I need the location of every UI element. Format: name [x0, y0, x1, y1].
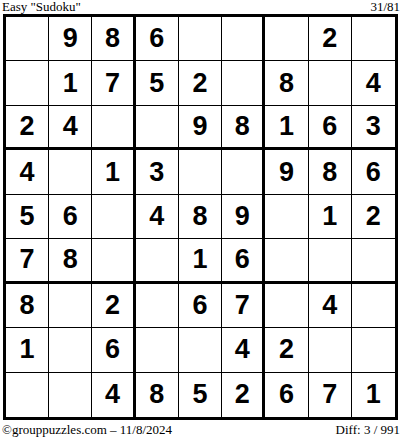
cell-r2c4: 5: [136, 61, 179, 105]
cell-r4c7: 9: [265, 150, 308, 194]
cell-r2c5: 2: [179, 61, 222, 105]
cell-r7c2[interactable]: [49, 284, 92, 328]
footer: ©grouppuzzles.com – 11/8/2024 Diff: 3 / …: [2, 421, 400, 436]
cell-r2c9: 4: [352, 61, 395, 105]
cell-r1c4: 6: [136, 17, 179, 61]
difficulty-label: Diff: 3 / 991: [336, 423, 400, 436]
cell-r3c3[interactable]: [92, 106, 135, 150]
cell-r7c4[interactable]: [136, 284, 179, 328]
cell-r7c8: 4: [309, 284, 352, 328]
cell-r1c3: 8: [92, 17, 135, 61]
cell-r7c3: 2: [92, 284, 135, 328]
cell-r7c5: 6: [179, 284, 222, 328]
cell-r3c7: 1: [265, 106, 308, 150]
cell-r7c6: 7: [222, 284, 265, 328]
cell-r6c8[interactable]: [309, 239, 352, 283]
cell-r9c6: 2: [222, 373, 265, 417]
cell-r9c4: 8: [136, 373, 179, 417]
cell-r9c9: 1: [352, 373, 395, 417]
cell-r8c8[interactable]: [309, 328, 352, 372]
cell-r1c2: 9: [49, 17, 92, 61]
cell-r4c8: 8: [309, 150, 352, 194]
cell-r8c6: 4: [222, 328, 265, 372]
cell-r8c4[interactable]: [136, 328, 179, 372]
cell-r9c2[interactable]: [49, 373, 92, 417]
cell-r2c3: 7: [92, 61, 135, 105]
cell-r5c9: 2: [352, 195, 395, 239]
cell-r6c7[interactable]: [265, 239, 308, 283]
cell-r8c5[interactable]: [179, 328, 222, 372]
cell-r4c5[interactable]: [179, 150, 222, 194]
cell-r6c9[interactable]: [352, 239, 395, 283]
cell-r7c7[interactable]: [265, 284, 308, 328]
cell-r4c9: 6: [352, 150, 395, 194]
cell-r3c2: 4: [49, 106, 92, 150]
cell-r1c8: 2: [309, 17, 352, 61]
cell-r5c4: 4: [136, 195, 179, 239]
cell-r5c1: 5: [6, 195, 49, 239]
cell-r5c2: 6: [49, 195, 92, 239]
cell-r6c6: 6: [222, 239, 265, 283]
cell-r4c1: 4: [6, 150, 49, 194]
cell-r5c7[interactable]: [265, 195, 308, 239]
cell-r9c5: 5: [179, 373, 222, 417]
sudoku-board: 9862175284249816341398656489127816826741…: [3, 14, 398, 420]
cell-r4c6[interactable]: [222, 150, 265, 194]
cell-r6c2: 8: [49, 239, 92, 283]
cell-r1c9[interactable]: [352, 17, 395, 61]
cell-r6c3[interactable]: [92, 239, 135, 283]
cell-r9c1[interactable]: [6, 373, 49, 417]
cell-r4c2[interactable]: [49, 150, 92, 194]
cell-r2c1[interactable]: [6, 61, 49, 105]
cell-r3c9: 3: [352, 106, 395, 150]
cell-r3c5: 9: [179, 106, 222, 150]
cell-r5c5: 8: [179, 195, 222, 239]
cell-r3c8: 6: [309, 106, 352, 150]
cell-r1c5[interactable]: [179, 17, 222, 61]
cell-r2c2: 1: [49, 61, 92, 105]
cell-r8c2[interactable]: [49, 328, 92, 372]
cell-r8c9[interactable]: [352, 328, 395, 372]
cell-r6c4[interactable]: [136, 239, 179, 283]
cell-r1c7[interactable]: [265, 17, 308, 61]
cell-r6c1: 7: [6, 239, 49, 283]
cell-r4c3: 1: [92, 150, 135, 194]
cell-r6c5: 1: [179, 239, 222, 283]
cell-r2c7: 8: [265, 61, 308, 105]
sudoku-page: Easy "Sudoku" 31/81 98621752842498163413…: [0, 0, 402, 437]
cell-r5c3[interactable]: [92, 195, 135, 239]
header: Easy "Sudoku" 31/81: [2, 0, 400, 14]
cell-r9c7: 6: [265, 373, 308, 417]
cell-r7c9[interactable]: [352, 284, 395, 328]
cell-r9c8: 7: [309, 373, 352, 417]
cell-r8c1: 1: [6, 328, 49, 372]
cell-r3c1: 2: [6, 106, 49, 150]
puzzle-title: Easy "Sudoku": [2, 0, 81, 13]
cell-r2c6[interactable]: [222, 61, 265, 105]
cell-r1c6[interactable]: [222, 17, 265, 61]
cell-r4c4: 3: [136, 150, 179, 194]
cell-r8c3: 6: [92, 328, 135, 372]
cell-r2c8[interactable]: [309, 61, 352, 105]
cell-r8c7: 2: [265, 328, 308, 372]
cell-r1c1[interactable]: [6, 17, 49, 61]
cells-remaining-counter: 31/81: [370, 0, 400, 13]
cell-r5c6: 9: [222, 195, 265, 239]
cell-r5c8: 1: [309, 195, 352, 239]
cell-r3c4[interactable]: [136, 106, 179, 150]
copyright-date: ©grouppuzzles.com – 11/8/2024: [2, 423, 172, 436]
cell-r3c6: 8: [222, 106, 265, 150]
cell-r7c1: 8: [6, 284, 49, 328]
cell-r9c3: 4: [92, 373, 135, 417]
